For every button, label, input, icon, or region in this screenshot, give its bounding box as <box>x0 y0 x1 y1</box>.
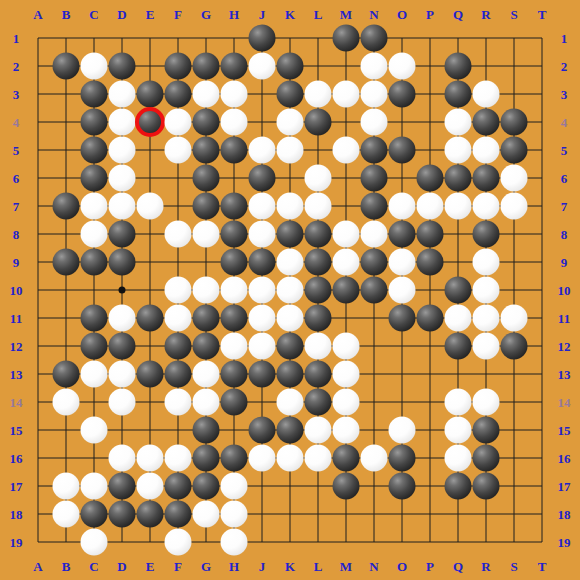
row-label-right-9: 9 <box>561 256 568 269</box>
black-stone-F12[interactable] <box>165 333 192 360</box>
row-label-left-8: 8 <box>13 228 20 241</box>
white-stone-E7[interactable] <box>137 193 164 220</box>
white-stone-D6[interactable] <box>109 165 136 192</box>
white-stone-F14[interactable] <box>165 389 192 416</box>
white-stone-Q7[interactable] <box>445 193 472 220</box>
white-stone-K11[interactable] <box>277 305 304 332</box>
black-stone-G6[interactable] <box>193 165 220 192</box>
white-stone-R10[interactable] <box>473 277 500 304</box>
white-stone-K14[interactable] <box>277 389 304 416</box>
row-label-left-10: 10 <box>10 284 23 297</box>
white-stone-M14[interactable] <box>333 389 360 416</box>
white-stone-N3[interactable] <box>361 81 388 108</box>
col-label-top-E: E <box>146 8 155 21</box>
white-stone-D14[interactable] <box>109 389 136 416</box>
black-stone-S5[interactable] <box>501 137 528 164</box>
white-stone-R12[interactable] <box>473 333 500 360</box>
white-stone-K7[interactable] <box>277 193 304 220</box>
row-label-left-13: 13 <box>10 368 23 381</box>
black-stone-R17[interactable] <box>473 473 500 500</box>
black-stone-H14[interactable] <box>221 389 248 416</box>
row-label-right-1: 1 <box>561 32 568 45</box>
col-label-top-B: B <box>62 8 71 21</box>
white-stone-D11[interactable] <box>109 305 136 332</box>
black-stone-D8[interactable] <box>109 221 136 248</box>
row-label-right-10: 10 <box>558 284 571 297</box>
black-stone-K13[interactable] <box>277 361 304 388</box>
white-stone-R14[interactable] <box>473 389 500 416</box>
white-stone-D13[interactable] <box>109 361 136 388</box>
col-label-top-G: G <box>201 8 211 21</box>
col-label-bottom-O: O <box>397 560 407 573</box>
row-label-left-11: 11 <box>10 312 22 325</box>
black-stone-L13[interactable] <box>305 361 332 388</box>
white-stone-L16[interactable] <box>305 445 332 472</box>
col-label-top-J: J <box>259 8 266 21</box>
white-stone-Q5[interactable] <box>445 137 472 164</box>
black-stone-P9[interactable] <box>417 249 444 276</box>
col-label-top-N: N <box>369 8 378 21</box>
white-stone-F16[interactable] <box>165 445 192 472</box>
col-label-bottom-E: E <box>146 560 155 573</box>
row-label-right-3: 3 <box>561 88 568 101</box>
white-stone-G13[interactable] <box>193 361 220 388</box>
black-stone-D2[interactable] <box>109 53 136 80</box>
white-stone-B17[interactable] <box>53 473 80 500</box>
black-stone-G5[interactable] <box>193 137 220 164</box>
row-label-left-16: 16 <box>10 452 23 465</box>
black-stone-L10[interactable] <box>305 277 332 304</box>
black-stone-K15[interactable] <box>277 417 304 444</box>
white-stone-M5[interactable] <box>333 137 360 164</box>
black-stone-C6[interactable] <box>81 165 108 192</box>
black-stone-O17[interactable] <box>389 473 416 500</box>
row-label-left-19: 19 <box>10 536 23 549</box>
white-stone-J10[interactable] <box>249 277 276 304</box>
black-stone-Q10[interactable] <box>445 277 472 304</box>
black-stone-J6[interactable] <box>249 165 276 192</box>
black-stone-M16[interactable] <box>333 445 360 472</box>
white-stone-J8[interactable] <box>249 221 276 248</box>
row-label-right-18: 18 <box>558 508 571 521</box>
white-stone-G3[interactable] <box>193 81 220 108</box>
black-stone-H7[interactable] <box>221 193 248 220</box>
black-stone-N6[interactable] <box>361 165 388 192</box>
black-stone-G17[interactable] <box>193 473 220 500</box>
black-stone-S12[interactable] <box>501 333 528 360</box>
white-stone-R7[interactable] <box>473 193 500 220</box>
white-stone-J7[interactable] <box>249 193 276 220</box>
col-label-top-R: R <box>481 8 490 21</box>
white-stone-J12[interactable] <box>249 333 276 360</box>
white-stone-Q14[interactable] <box>445 389 472 416</box>
row-label-left-4: 4 <box>13 116 20 129</box>
col-label-bottom-R: R <box>481 560 490 573</box>
black-stone-L8[interactable] <box>305 221 332 248</box>
white-stone-J5[interactable] <box>249 137 276 164</box>
black-stone-J1[interactable] <box>249 25 276 52</box>
row-label-right-19: 19 <box>558 536 571 549</box>
black-stone-N10[interactable] <box>361 277 388 304</box>
row-label-right-4: 4 <box>561 116 568 129</box>
white-stone-R9[interactable] <box>473 249 500 276</box>
white-stone-H17[interactable] <box>221 473 248 500</box>
row-label-right-7: 7 <box>561 200 568 213</box>
row-label-left-5: 5 <box>13 144 20 157</box>
col-label-top-C: C <box>89 8 98 21</box>
black-stone-G12[interactable] <box>193 333 220 360</box>
white-stone-F5[interactable] <box>165 137 192 164</box>
white-stone-D4[interactable] <box>109 109 136 136</box>
col-label-top-Q: Q <box>453 8 463 21</box>
black-stone-R16[interactable] <box>473 445 500 472</box>
white-stone-N8[interactable] <box>361 221 388 248</box>
black-stone-E13[interactable] <box>137 361 164 388</box>
black-stone-H2[interactable] <box>221 53 248 80</box>
col-label-bottom-G: G <box>201 560 211 573</box>
col-label-bottom-L: L <box>314 560 323 573</box>
black-stone-C3[interactable] <box>81 81 108 108</box>
row-label-left-15: 15 <box>10 424 23 437</box>
black-stone-F3[interactable] <box>165 81 192 108</box>
white-stone-L3[interactable] <box>305 81 332 108</box>
white-stone-K4[interactable] <box>277 109 304 136</box>
black-stone-K3[interactable] <box>277 81 304 108</box>
white-stone-C13[interactable] <box>81 361 108 388</box>
white-stone-Q11[interactable] <box>445 305 472 332</box>
row-label-right-14: 14 <box>558 396 571 409</box>
white-stone-Q15[interactable] <box>445 417 472 444</box>
black-stone-M17[interactable] <box>333 473 360 500</box>
black-stone-S4[interactable] <box>501 109 528 136</box>
white-stone-N4[interactable] <box>361 109 388 136</box>
black-stone-G11[interactable] <box>193 305 220 332</box>
white-stone-P7[interactable] <box>417 193 444 220</box>
black-stone-R15[interactable] <box>473 417 500 444</box>
black-stone-O16[interactable] <box>389 445 416 472</box>
col-label-bottom-B: B <box>62 560 71 573</box>
white-stone-K5[interactable] <box>277 137 304 164</box>
white-stone-D16[interactable] <box>109 445 136 472</box>
row-label-left-12: 12 <box>10 340 23 353</box>
white-stone-D3[interactable] <box>109 81 136 108</box>
black-stone-J15[interactable] <box>249 417 276 444</box>
row-label-left-7: 7 <box>13 200 20 213</box>
white-stone-N2[interactable] <box>361 53 388 80</box>
col-label-top-M: M <box>340 8 352 21</box>
black-stone-C18[interactable] <box>81 501 108 528</box>
black-stone-M1[interactable] <box>333 25 360 52</box>
white-stone-N16[interactable] <box>361 445 388 472</box>
white-stone-R5[interactable] <box>473 137 500 164</box>
black-stone-N1[interactable] <box>361 25 388 52</box>
col-label-top-T: T <box>538 8 547 21</box>
black-stone-P11[interactable] <box>417 305 444 332</box>
black-stone-F2[interactable] <box>165 53 192 80</box>
white-stone-C17[interactable] <box>81 473 108 500</box>
col-label-bottom-K: K <box>285 560 295 573</box>
black-stone-E18[interactable] <box>137 501 164 528</box>
white-stone-L6[interactable] <box>305 165 332 192</box>
row-label-right-11: 11 <box>558 312 570 325</box>
white-stone-K9[interactable] <box>277 249 304 276</box>
black-stone-L11[interactable] <box>305 305 332 332</box>
white-stone-R3[interactable] <box>473 81 500 108</box>
col-label-top-O: O <box>397 8 407 21</box>
col-label-bottom-A: A <box>33 560 42 573</box>
star-point-D10 <box>119 287 126 294</box>
white-stone-G14[interactable] <box>193 389 220 416</box>
black-stone-E3[interactable] <box>137 81 164 108</box>
white-stone-H3[interactable] <box>221 81 248 108</box>
white-stone-C2[interactable] <box>81 53 108 80</box>
black-stone-G4[interactable] <box>193 109 220 136</box>
black-stone-C5[interactable] <box>81 137 108 164</box>
white-stone-G8[interactable] <box>193 221 220 248</box>
white-stone-C19[interactable] <box>81 529 108 556</box>
white-stone-D7[interactable] <box>109 193 136 220</box>
black-stone-B9[interactable] <box>53 249 80 276</box>
white-stone-L7[interactable] <box>305 193 332 220</box>
white-stone-F10[interactable] <box>165 277 192 304</box>
row-label-right-6: 6 <box>561 172 568 185</box>
black-stone-L14[interactable] <box>305 389 332 416</box>
black-stone-O5[interactable] <box>389 137 416 164</box>
white-stone-M15[interactable] <box>333 417 360 444</box>
col-label-bottom-M: M <box>340 560 352 573</box>
white-stone-M9[interactable] <box>333 249 360 276</box>
white-stone-O7[interactable] <box>389 193 416 220</box>
col-label-bottom-D: D <box>117 560 126 573</box>
col-label-top-L: L <box>314 8 323 21</box>
black-stone-C11[interactable] <box>81 305 108 332</box>
black-stone-C4[interactable] <box>81 109 108 136</box>
black-stone-R8[interactable] <box>473 221 500 248</box>
row-label-right-16: 16 <box>558 452 571 465</box>
row-label-right-8: 8 <box>561 228 568 241</box>
go-board: AABBCCDDEEFFGGHHJJKKLLMMNNOOPPQQRRSSTT11… <box>0 0 580 580</box>
black-stone-N5[interactable] <box>361 137 388 164</box>
white-stone-H18[interactable] <box>221 501 248 528</box>
black-stone-K12[interactable] <box>277 333 304 360</box>
black-stone-C12[interactable] <box>81 333 108 360</box>
white-stone-M12[interactable] <box>333 333 360 360</box>
col-label-top-D: D <box>117 8 126 21</box>
black-stone-H5[interactable] <box>221 137 248 164</box>
black-stone-H8[interactable] <box>221 221 248 248</box>
black-stone-G15[interactable] <box>193 417 220 444</box>
black-stone-R4[interactable] <box>473 109 500 136</box>
black-stone-R6[interactable] <box>473 165 500 192</box>
col-label-top-A: A <box>33 8 42 21</box>
white-stone-E16[interactable] <box>137 445 164 472</box>
white-stone-H12[interactable] <box>221 333 248 360</box>
black-stone-K8[interactable] <box>277 221 304 248</box>
black-stone-D18[interactable] <box>109 501 136 528</box>
black-stone-N9[interactable] <box>361 249 388 276</box>
white-stone-O9[interactable] <box>389 249 416 276</box>
col-label-bottom-T: T <box>538 560 547 573</box>
black-stone-G2[interactable] <box>193 53 220 80</box>
black-stone-P6[interactable] <box>417 165 444 192</box>
row-label-left-14: 14 <box>10 396 23 409</box>
white-stone-O15[interactable] <box>389 417 416 444</box>
black-stone-P8[interactable] <box>417 221 444 248</box>
white-stone-F4[interactable] <box>165 109 192 136</box>
black-stone-Q3[interactable] <box>445 81 472 108</box>
row-label-right-12: 12 <box>558 340 571 353</box>
white-stone-B14[interactable] <box>53 389 80 416</box>
white-stone-C7[interactable] <box>81 193 108 220</box>
white-stone-F11[interactable] <box>165 305 192 332</box>
white-stone-J16[interactable] <box>249 445 276 472</box>
white-stone-F8[interactable] <box>165 221 192 248</box>
white-stone-K16[interactable] <box>277 445 304 472</box>
white-stone-C8[interactable] <box>81 221 108 248</box>
row-label-left-2: 2 <box>13 60 20 73</box>
black-stone-O3[interactable] <box>389 81 416 108</box>
row-label-right-17: 17 <box>558 480 571 493</box>
white-stone-M13[interactable] <box>333 361 360 388</box>
white-stone-H19[interactable] <box>221 529 248 556</box>
row-label-left-18: 18 <box>10 508 23 521</box>
black-stone-H16[interactable] <box>221 445 248 472</box>
black-stone-H11[interactable] <box>221 305 248 332</box>
white-stone-Q4[interactable] <box>445 109 472 136</box>
black-stone-Q6[interactable] <box>445 165 472 192</box>
black-stone-J9[interactable] <box>249 249 276 276</box>
row-label-right-15: 15 <box>558 424 571 437</box>
last-move-marker <box>135 107 165 137</box>
row-label-left-1: 1 <box>13 32 20 45</box>
col-label-bottom-F: F <box>174 560 182 573</box>
black-stone-G16[interactable] <box>193 445 220 472</box>
black-stone-F18[interactable] <box>165 501 192 528</box>
col-label-top-F: F <box>174 8 182 21</box>
black-stone-F17[interactable] <box>165 473 192 500</box>
row-label-left-17: 17 <box>10 480 23 493</box>
col-label-top-K: K <box>285 8 295 21</box>
white-stone-G10[interactable] <box>193 277 220 304</box>
white-stone-O2[interactable] <box>389 53 416 80</box>
black-stone-Q2[interactable] <box>445 53 472 80</box>
black-stone-O11[interactable] <box>389 305 416 332</box>
white-stone-O10[interactable] <box>389 277 416 304</box>
white-stone-S6[interactable] <box>501 165 528 192</box>
col-label-bottom-P: P <box>426 560 434 573</box>
white-stone-S11[interactable] <box>501 305 528 332</box>
black-stone-E11[interactable] <box>137 305 164 332</box>
black-stone-K2[interactable] <box>277 53 304 80</box>
black-stone-F13[interactable] <box>165 361 192 388</box>
col-label-top-H: H <box>229 8 239 21</box>
black-stone-O8[interactable] <box>389 221 416 248</box>
row-label-right-5: 5 <box>561 144 568 157</box>
black-stone-L9[interactable] <box>305 249 332 276</box>
white-stone-F19[interactable] <box>165 529 192 556</box>
black-stone-D12[interactable] <box>109 333 136 360</box>
col-label-bottom-Q: Q <box>453 560 463 573</box>
black-stone-H13[interactable] <box>221 361 248 388</box>
black-stone-H9[interactable] <box>221 249 248 276</box>
black-stone-B7[interactable] <box>53 193 80 220</box>
white-stone-B18[interactable] <box>53 501 80 528</box>
white-stone-J11[interactable] <box>249 305 276 332</box>
black-stone-N7[interactable] <box>361 193 388 220</box>
black-stone-Q17[interactable] <box>445 473 472 500</box>
white-stone-H10[interactable] <box>221 277 248 304</box>
black-stone-M10[interactable] <box>333 277 360 304</box>
col-label-top-S: S <box>510 8 517 21</box>
white-stone-Q16[interactable] <box>445 445 472 472</box>
white-stone-R11[interactable] <box>473 305 500 332</box>
white-stone-M8[interactable] <box>333 221 360 248</box>
white-stone-D5[interactable] <box>109 137 136 164</box>
white-stone-L15[interactable] <box>305 417 332 444</box>
black-stone-J13[interactable] <box>249 361 276 388</box>
row-label-right-2: 2 <box>561 60 568 73</box>
row-label-left-9: 9 <box>13 256 20 269</box>
black-stone-Q12[interactable] <box>445 333 472 360</box>
black-stone-D9[interactable] <box>109 249 136 276</box>
row-label-left-3: 3 <box>13 88 20 101</box>
black-stone-L4[interactable] <box>305 109 332 136</box>
col-label-bottom-H: H <box>229 560 239 573</box>
col-label-bottom-N: N <box>369 560 378 573</box>
white-stone-L12[interactable] <box>305 333 332 360</box>
white-stone-S7[interactable] <box>501 193 528 220</box>
col-label-top-P: P <box>426 8 434 21</box>
col-label-bottom-S: S <box>510 560 517 573</box>
white-stone-E17[interactable] <box>137 473 164 500</box>
row-label-left-6: 6 <box>13 172 20 185</box>
white-stone-H4[interactable] <box>221 109 248 136</box>
black-stone-B13[interactable] <box>53 361 80 388</box>
black-stone-C9[interactable] <box>81 249 108 276</box>
white-stone-K10[interactable] <box>277 277 304 304</box>
row-label-right-13: 13 <box>558 368 571 381</box>
black-stone-D17[interactable] <box>109 473 136 500</box>
white-stone-J2[interactable] <box>249 53 276 80</box>
black-stone-G7[interactable] <box>193 193 220 220</box>
black-stone-B2[interactable] <box>53 53 80 80</box>
white-stone-M3[interactable] <box>333 81 360 108</box>
col-label-bottom-J: J <box>259 560 266 573</box>
col-label-bottom-C: C <box>89 560 98 573</box>
white-stone-G18[interactable] <box>193 501 220 528</box>
white-stone-C15[interactable] <box>81 417 108 444</box>
